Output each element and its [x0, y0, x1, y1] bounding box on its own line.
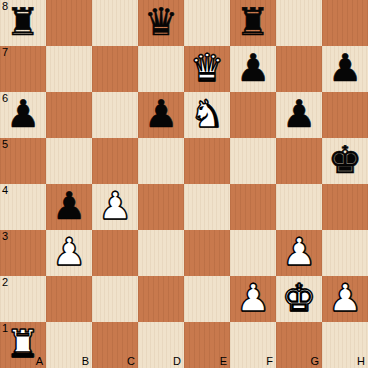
file-label-e: E [220, 355, 227, 368]
chess-board: ♜8♛♜7♛♟♟♟6♟♞♟5♚4♟♟3♟♟2♟♚♟♜1ABCDEFGH [0, 0, 368, 368]
square-a5[interactable]: 5 [0, 138, 46, 184]
square-b5[interactable] [46, 138, 92, 184]
rank-label-7: 7 [2, 46, 8, 59]
square-d6[interactable]: ♟ [138, 92, 184, 138]
square-d2[interactable] [138, 276, 184, 322]
rank-label-2: 2 [2, 276, 8, 289]
square-c6[interactable] [92, 92, 138, 138]
square-e8[interactable] [184, 0, 230, 46]
square-f5[interactable] [230, 138, 276, 184]
piece-white-pawn[interactable]: ♟ [52, 229, 86, 275]
square-c3[interactable] [92, 230, 138, 276]
piece-white-knight[interactable]: ♞ [190, 91, 224, 137]
rank-label-4: 4 [2, 184, 8, 197]
square-e4[interactable] [184, 184, 230, 230]
square-g8[interactable] [276, 0, 322, 46]
square-a8[interactable]: ♜8 [0, 0, 46, 46]
square-d8[interactable]: ♛ [138, 0, 184, 46]
piece-black-pawn[interactable]: ♟ [282, 91, 316, 137]
square-c7[interactable] [92, 46, 138, 92]
square-h3[interactable] [322, 230, 368, 276]
square-a4[interactable]: 4 [0, 184, 46, 230]
square-b7[interactable] [46, 46, 92, 92]
square-c8[interactable] [92, 0, 138, 46]
file-label-h: H [357, 355, 365, 368]
square-g2[interactable]: ♚ [276, 276, 322, 322]
piece-black-rook[interactable]: ♜ [236, 0, 270, 45]
rank-label-8: 8 [2, 0, 8, 13]
square-b2[interactable] [46, 276, 92, 322]
piece-white-pawn[interactable]: ♟ [98, 183, 132, 229]
square-g3[interactable]: ♟ [276, 230, 322, 276]
square-e1[interactable]: E [184, 322, 230, 368]
square-e5[interactable] [184, 138, 230, 184]
square-g7[interactable] [276, 46, 322, 92]
square-a1[interactable]: ♜1A [0, 322, 46, 368]
square-f7[interactable]: ♟ [230, 46, 276, 92]
piece-black-pawn[interactable]: ♟ [236, 45, 270, 91]
square-f2[interactable]: ♟ [230, 276, 276, 322]
file-label-d: D [173, 355, 181, 368]
square-g6[interactable]: ♟ [276, 92, 322, 138]
square-f1[interactable]: F [230, 322, 276, 368]
square-a2[interactable]: 2 [0, 276, 46, 322]
square-f8[interactable]: ♜ [230, 0, 276, 46]
square-h1[interactable]: H [322, 322, 368, 368]
rank-label-1: 1 [2, 322, 8, 335]
piece-black-rook[interactable]: ♜ [6, 0, 40, 45]
file-label-g: G [310, 355, 319, 368]
square-b6[interactable] [46, 92, 92, 138]
rank-label-6: 6 [2, 92, 8, 105]
piece-black-pawn[interactable]: ♟ [328, 45, 362, 91]
square-g1[interactable]: G [276, 322, 322, 368]
square-b8[interactable] [46, 0, 92, 46]
square-a6[interactable]: ♟6 [0, 92, 46, 138]
square-b3[interactable]: ♟ [46, 230, 92, 276]
square-d4[interactable] [138, 184, 184, 230]
square-a3[interactable]: 3 [0, 230, 46, 276]
square-f4[interactable] [230, 184, 276, 230]
square-h2[interactable]: ♟ [322, 276, 368, 322]
piece-white-pawn[interactable]: ♟ [236, 275, 270, 321]
file-label-b: B [82, 355, 89, 368]
square-h7[interactable]: ♟ [322, 46, 368, 92]
piece-black-pawn[interactable]: ♟ [6, 91, 40, 137]
square-f3[interactable] [230, 230, 276, 276]
square-g5[interactable] [276, 138, 322, 184]
square-d5[interactable] [138, 138, 184, 184]
square-g4[interactable] [276, 184, 322, 230]
square-d3[interactable] [138, 230, 184, 276]
square-h8[interactable] [322, 0, 368, 46]
file-label-c: C [127, 355, 135, 368]
file-label-a: A [36, 355, 43, 368]
square-b4[interactable]: ♟ [46, 184, 92, 230]
rank-label-3: 3 [2, 230, 8, 243]
piece-black-king[interactable]: ♚ [328, 137, 362, 183]
piece-black-queen[interactable]: ♛ [144, 0, 178, 45]
square-e3[interactable] [184, 230, 230, 276]
square-f6[interactable] [230, 92, 276, 138]
square-e7[interactable]: ♛ [184, 46, 230, 92]
square-h5[interactable]: ♚ [322, 138, 368, 184]
square-e6[interactable]: ♞ [184, 92, 230, 138]
piece-black-pawn[interactable]: ♟ [144, 91, 178, 137]
square-d1[interactable]: D [138, 322, 184, 368]
square-e2[interactable] [184, 276, 230, 322]
square-d7[interactable] [138, 46, 184, 92]
piece-white-queen[interactable]: ♛ [190, 45, 224, 91]
piece-white-pawn[interactable]: ♟ [328, 275, 362, 321]
square-c1[interactable]: C [92, 322, 138, 368]
piece-black-pawn[interactable]: ♟ [52, 183, 86, 229]
rank-label-5: 5 [2, 138, 8, 151]
square-b1[interactable]: B [46, 322, 92, 368]
square-h4[interactable] [322, 184, 368, 230]
square-c2[interactable] [92, 276, 138, 322]
piece-white-pawn[interactable]: ♟ [282, 229, 316, 275]
square-c4[interactable]: ♟ [92, 184, 138, 230]
square-h6[interactable] [322, 92, 368, 138]
square-c5[interactable] [92, 138, 138, 184]
piece-white-king[interactable]: ♚ [282, 275, 316, 321]
square-a7[interactable]: 7 [0, 46, 46, 92]
file-label-f: F [266, 355, 273, 368]
